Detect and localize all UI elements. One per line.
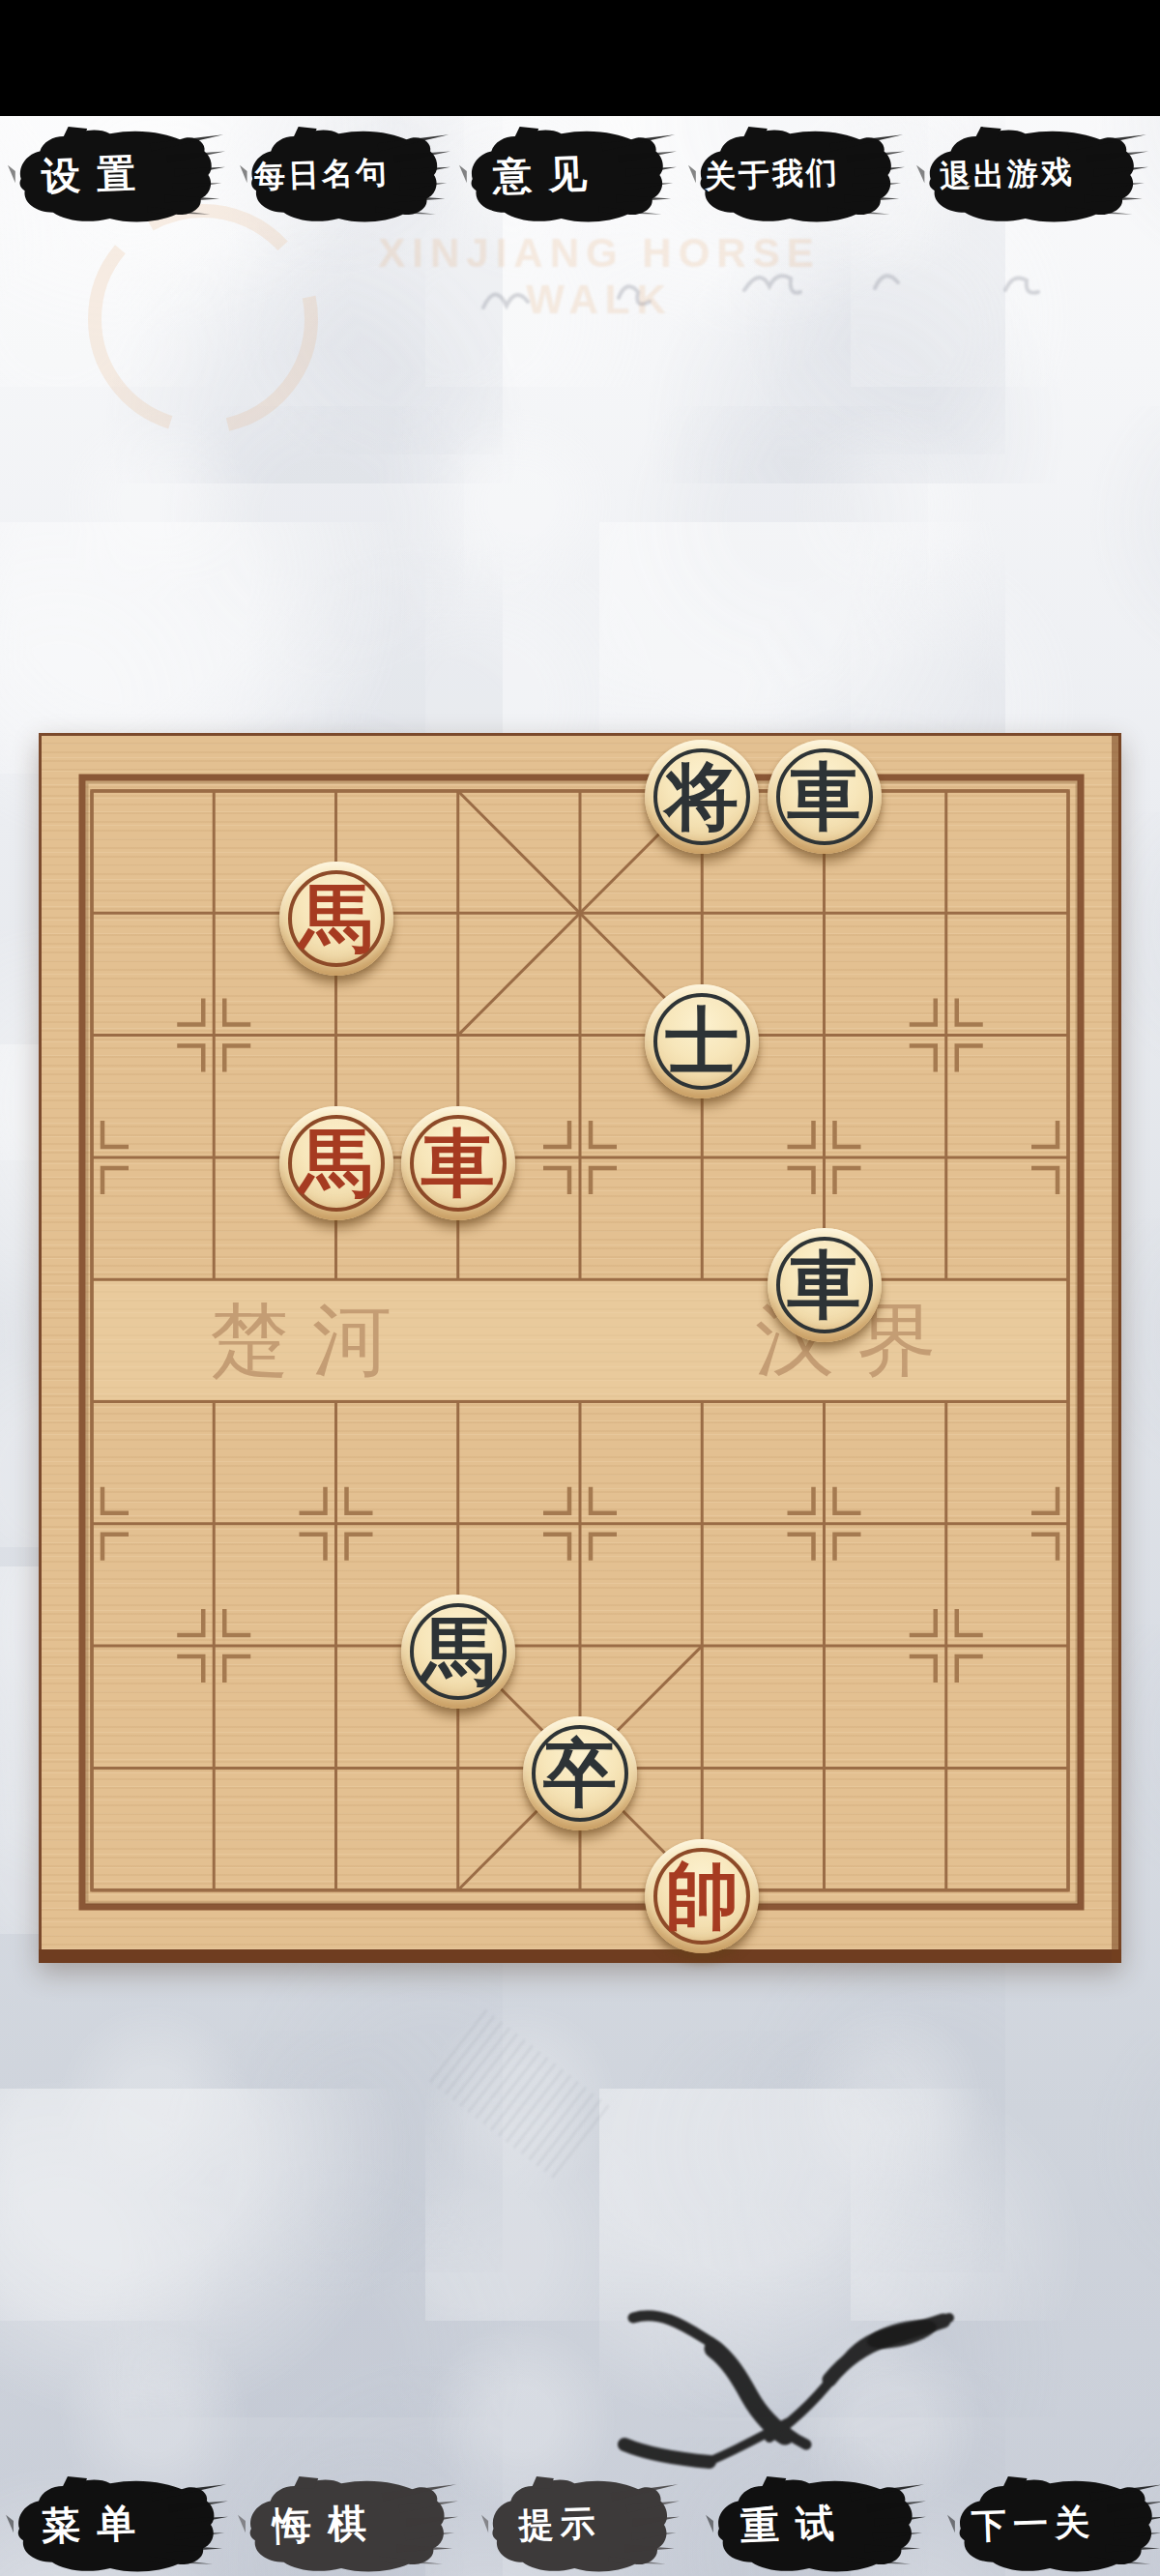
bottom-menu-label: 下一关 <box>968 2499 1097 2551</box>
piece-glyph: 車 <box>421 1127 495 1200</box>
bottom-menu-label: 菜单 <box>33 2496 153 2553</box>
top-menu-label: 每日名句 <box>253 152 390 199</box>
top-menu-button-exit-game[interactable]: 退出游戏 <box>916 126 1148 224</box>
status-bar <box>0 0 1160 116</box>
piece-black-horse[interactable]: 馬 <box>401 1595 515 1709</box>
piece-red-horse[interactable]: 馬 <box>279 862 393 976</box>
piece-glyph: 卒 <box>543 1737 617 1810</box>
piece-black-general[interactable]: 将 <box>645 740 759 854</box>
bottom-menu-label: 提示 <box>515 2500 603 2550</box>
bottom-menu-label: 重试 <box>732 2496 852 2553</box>
piece-red-general[interactable]: 帥 <box>645 1839 759 1953</box>
piece-black-soldier[interactable]: 卒 <box>523 1716 637 1830</box>
piece-glyph: 士 <box>665 1005 739 1078</box>
bottom-menu-button-undo[interactable]: 悔棋 <box>238 2475 458 2574</box>
bottom-menu-label: 悔棋 <box>264 2496 384 2553</box>
top-menu-label: 设置 <box>33 146 153 203</box>
top-menu-label: 意见 <box>484 146 604 203</box>
piece-red-horse[interactable]: 馬 <box>279 1106 393 1220</box>
piece-glyph: 将 <box>665 760 739 834</box>
top-menu-button-daily-quote[interactable]: 每日名句 <box>240 126 450 224</box>
piece-glyph: 車 <box>788 1248 861 1322</box>
piece-black-chariot[interactable]: 車 <box>768 740 882 854</box>
top-menu-label: 退出游戏 <box>939 152 1075 199</box>
piece-glyph: 馬 <box>421 1615 495 1688</box>
top-menu-button-feedback[interactable]: 意见 <box>459 126 677 224</box>
bottom-menu-button-next-level[interactable]: 下一关 <box>947 2475 1160 2574</box>
piece-glyph: 馬 <box>300 882 373 955</box>
river-label-left: 楚河 <box>210 1297 415 1385</box>
ink-bird-art <box>580 2277 986 2504</box>
game-screen: XINJIANG HORSE WALK 设置 每日名句 意见 关于我们 <box>0 0 1160 2576</box>
bottom-menu-button-menu[interactable]: 菜单 <box>6 2475 228 2574</box>
piece-glyph: 車 <box>788 760 861 834</box>
piece-red-chariot[interactable]: 車 <box>401 1106 515 1220</box>
piece-black-chariot[interactable]: 車 <box>768 1228 882 1342</box>
piece-black-advisor[interactable]: 士 <box>645 984 759 1098</box>
top-menu-button-settings[interactable]: 设置 <box>8 126 225 224</box>
piece-glyph: 馬 <box>300 1127 373 1200</box>
bottom-menu-button-retry[interactable]: 重试 <box>706 2475 926 2574</box>
top-menu-button-about-us[interactable]: 关于我们 <box>688 126 905 224</box>
piece-glyph: 帥 <box>665 1859 739 1933</box>
ink-smudge <box>429 2009 615 2183</box>
watermark-text: XINJIANG HORSE WALK <box>319 230 880 323</box>
bottom-menu-button-hint[interactable]: 提示 <box>481 2475 680 2574</box>
top-menu-label: 关于我们 <box>705 152 841 199</box>
xiangqi-board[interactable]: 楚河 汉界 将車馬士馬車車馬卒帥 <box>39 733 1121 1963</box>
